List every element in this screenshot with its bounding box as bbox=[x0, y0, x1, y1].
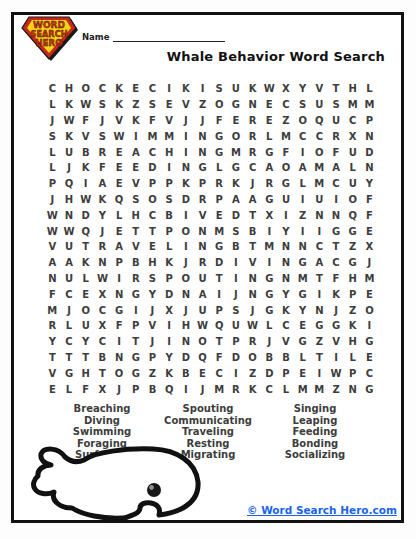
grid-cell: T bbox=[94, 365, 111, 381]
grid-cell: R bbox=[211, 176, 228, 192]
grid-cell: M bbox=[311, 381, 328, 397]
grid-cell: K bbox=[178, 81, 195, 97]
grid-cell: T bbox=[77, 239, 94, 255]
grid-cell: R bbox=[261, 176, 278, 192]
grid-cell: A bbox=[261, 160, 278, 176]
grid-cell: N bbox=[178, 286, 195, 302]
grid-cell: L bbox=[261, 318, 278, 334]
grid-cell: P bbox=[144, 350, 161, 366]
grid-cell: I bbox=[178, 207, 195, 223]
grid-cell: I bbox=[228, 365, 245, 381]
grid-cell: I bbox=[127, 302, 144, 318]
grid-cell: U bbox=[344, 176, 361, 192]
grid-cell: G bbox=[361, 381, 378, 397]
grid-cell: I bbox=[311, 286, 328, 302]
grid-cell: D bbox=[178, 350, 195, 366]
grid-cell: Z bbox=[194, 97, 211, 113]
grid-cell: V bbox=[178, 97, 195, 113]
name-blank-line bbox=[113, 32, 225, 42]
grid-cell: K bbox=[61, 97, 78, 113]
grid-cell: N bbox=[178, 334, 195, 350]
grid-cell: Y bbox=[294, 302, 311, 318]
grid-cell: N bbox=[311, 207, 328, 223]
grid-cell: K bbox=[244, 81, 261, 97]
grid-cell: Z bbox=[127, 97, 144, 113]
grid-cell: T bbox=[211, 271, 228, 287]
grid-cell: Q bbox=[111, 192, 128, 208]
grid-cell: E bbox=[261, 97, 278, 113]
grid-cell: I bbox=[294, 192, 311, 208]
grid-cell: B bbox=[278, 350, 295, 366]
grid-cell: N bbox=[244, 286, 261, 302]
grid-cell: I bbox=[127, 128, 144, 144]
grid-cell: Z bbox=[344, 239, 361, 255]
grid-cell: O bbox=[294, 113, 311, 129]
grid-cell: G bbox=[261, 192, 278, 208]
grid-cell: D bbox=[228, 350, 245, 366]
grid-cell: C bbox=[278, 318, 295, 334]
grid-cell: T bbox=[61, 350, 78, 366]
grid-cell: F bbox=[77, 381, 94, 397]
grid-cell: B bbox=[178, 365, 195, 381]
word-search-hero-logo: WORD SEARCH HERO bbox=[21, 14, 79, 62]
word-item: Diving bbox=[42, 415, 162, 427]
grid-cell: T bbox=[328, 81, 345, 97]
grid-cell: J bbox=[144, 302, 161, 318]
grid-cell: N bbox=[294, 239, 311, 255]
word-item: Communicating bbox=[148, 415, 268, 427]
grid-cell: C bbox=[244, 160, 261, 176]
grid-cell: I bbox=[178, 381, 195, 397]
grid-cell: Y bbox=[361, 176, 378, 192]
word-item: Leaping bbox=[255, 415, 375, 427]
grid-cell: J bbox=[228, 286, 245, 302]
grid-cell: F bbox=[361, 207, 378, 223]
grid-cell: Z bbox=[344, 302, 361, 318]
grid-cell: K bbox=[77, 255, 94, 271]
grid-cell: J bbox=[194, 381, 211, 397]
grid-cell: J bbox=[61, 302, 78, 318]
grid-cell: E bbox=[194, 365, 211, 381]
grid-cell: S bbox=[44, 128, 61, 144]
grid-cell: K bbox=[161, 255, 178, 271]
grid-cell: Y bbox=[94, 207, 111, 223]
grid-cell: I bbox=[278, 207, 295, 223]
grid-cell: L bbox=[344, 160, 361, 176]
grid-cell: V bbox=[44, 365, 61, 381]
grid-cell: U bbox=[228, 318, 245, 334]
grid-cell: C bbox=[94, 302, 111, 318]
grid-cell: I bbox=[161, 334, 178, 350]
grid-cell: Q bbox=[77, 223, 94, 239]
grid-cell: A bbox=[228, 192, 245, 208]
grid-cell: X bbox=[94, 286, 111, 302]
grid-cell: N bbox=[361, 160, 378, 176]
grid-cell: X bbox=[261, 207, 278, 223]
grid-cell: C bbox=[328, 255, 345, 271]
grid-cell: E bbox=[111, 223, 128, 239]
grid-cell: L bbox=[44, 97, 61, 113]
grid-cell: X bbox=[278, 81, 295, 97]
grid-cell: A bbox=[111, 239, 128, 255]
word-item: Feeding bbox=[255, 426, 375, 438]
grid-cell: T bbox=[77, 350, 94, 366]
word-item: Traveling bbox=[148, 426, 268, 438]
grid-cell: N bbox=[278, 255, 295, 271]
grid-cell: A bbox=[94, 176, 111, 192]
grid-cell: M bbox=[261, 239, 278, 255]
grid-cell: N bbox=[244, 271, 261, 287]
grid-cell: T bbox=[144, 223, 161, 239]
grid-cell: W bbox=[77, 192, 94, 208]
grid-cell: J bbox=[244, 302, 261, 318]
grid-cell: V bbox=[127, 176, 144, 192]
grid-cell: B bbox=[261, 350, 278, 366]
grid-cell: S bbox=[228, 302, 245, 318]
grid-cell: L bbox=[294, 350, 311, 366]
grid-cell: X bbox=[94, 318, 111, 334]
grid-cell: X bbox=[361, 239, 378, 255]
grid-cell: P bbox=[44, 176, 61, 192]
grid-cell: T bbox=[244, 239, 261, 255]
grid-cell: U bbox=[311, 192, 328, 208]
grid-cell: L bbox=[111, 207, 128, 223]
grid-cell: U bbox=[194, 271, 211, 287]
grid-cell: O bbox=[361, 302, 378, 318]
grid-cell: M bbox=[294, 381, 311, 397]
grid-cell: D bbox=[211, 255, 228, 271]
grid-cell: D bbox=[228, 207, 245, 223]
copyright-link[interactable]: © Word Search Hero.com bbox=[247, 504, 397, 516]
grid-cell: M bbox=[361, 271, 378, 287]
grid-cell: S bbox=[294, 97, 311, 113]
grid-cell: H bbox=[77, 365, 94, 381]
grid-cell: I bbox=[111, 271, 128, 287]
word-item: Swimming bbox=[42, 426, 162, 438]
grid-cell: C bbox=[94, 334, 111, 350]
grid-cell: I bbox=[294, 144, 311, 160]
grid-cell: N bbox=[94, 255, 111, 271]
grid-cell: W bbox=[111, 128, 128, 144]
grid-cell: N bbox=[178, 160, 195, 176]
grid-cell: H bbox=[61, 192, 78, 208]
grid-cell: U bbox=[328, 113, 345, 129]
grid-cell: W bbox=[244, 318, 261, 334]
grid-cell: I bbox=[261, 223, 278, 239]
grid-cell: Z bbox=[311, 334, 328, 350]
grid-cell: S bbox=[94, 128, 111, 144]
grid-cell: J bbox=[61, 160, 78, 176]
grid-cell: J bbox=[44, 192, 61, 208]
grid-cell: N bbox=[344, 381, 361, 397]
grid-cell: J bbox=[44, 113, 61, 129]
grid-cell: L bbox=[344, 350, 361, 366]
grid-cell: E bbox=[361, 223, 378, 239]
grid-cell: N bbox=[278, 239, 295, 255]
grid-cell: A bbox=[61, 255, 78, 271]
grid-cell: P bbox=[161, 271, 178, 287]
grid-cell: B bbox=[228, 239, 245, 255]
grid-cell: F bbox=[44, 286, 61, 302]
grid-cell: C bbox=[311, 239, 328, 255]
grid-cell: V bbox=[111, 113, 128, 129]
grid-cell: G bbox=[127, 286, 144, 302]
grid-cell: C bbox=[211, 365, 228, 381]
grid-cell: A bbox=[244, 192, 261, 208]
grid-cell: E bbox=[294, 318, 311, 334]
name-row: Name bbox=[82, 32, 225, 42]
grid-cell: P bbox=[344, 286, 361, 302]
grid-cell: J bbox=[111, 381, 128, 397]
grid-cell: T bbox=[311, 271, 328, 287]
grid-cell: M bbox=[311, 176, 328, 192]
grid-cell: R bbox=[244, 144, 261, 160]
grid-cell: E bbox=[44, 381, 61, 397]
grid-cell: B bbox=[244, 223, 261, 239]
grid-cell: N bbox=[111, 286, 128, 302]
grid-cell: G bbox=[344, 255, 361, 271]
grid-cell: I bbox=[228, 255, 245, 271]
grid-cell: Y bbox=[44, 334, 61, 350]
grid-cell: H bbox=[344, 271, 361, 287]
grid-cell: K bbox=[111, 97, 128, 113]
grid-cell: W bbox=[61, 113, 78, 129]
grid-cell: C bbox=[361, 365, 378, 381]
grid-cell: K bbox=[178, 176, 195, 192]
grid-cell: L bbox=[211, 160, 228, 176]
grid-cell: X bbox=[94, 381, 111, 397]
grid-cell: U bbox=[311, 97, 328, 113]
grid-cell: G bbox=[278, 176, 295, 192]
grid-cell: V bbox=[244, 255, 261, 271]
grid-cell: L bbox=[294, 176, 311, 192]
grid-cell: C bbox=[261, 381, 278, 397]
grid-cell: Y bbox=[278, 286, 295, 302]
grid-cell: W bbox=[328, 365, 345, 381]
grid-cell: H bbox=[161, 144, 178, 160]
grid-cell: U bbox=[77, 318, 94, 334]
grid-cell: G bbox=[328, 318, 345, 334]
grid-cell: E bbox=[111, 160, 128, 176]
grid-cell: G bbox=[211, 144, 228, 160]
grid-cell: J bbox=[361, 255, 378, 271]
grid-cell: W bbox=[44, 207, 61, 223]
grid-cell: N bbox=[328, 207, 345, 223]
grid-cell: N bbox=[44, 271, 61, 287]
grid-cell: J bbox=[94, 113, 111, 129]
grid-cell: Z bbox=[144, 365, 161, 381]
grid-cell: O bbox=[211, 97, 228, 113]
grid-cell: V bbox=[194, 207, 211, 223]
grid-cell: O bbox=[144, 192, 161, 208]
grid-cell: M bbox=[211, 223, 228, 239]
grid-cell: I bbox=[361, 318, 378, 334]
grid-cell: E bbox=[77, 286, 94, 302]
grid-cell: N bbox=[311, 302, 328, 318]
grid-cell: K bbox=[94, 192, 111, 208]
grid-cell: U bbox=[228, 81, 245, 97]
grid-cell: Q bbox=[311, 113, 328, 129]
grid-cell: P bbox=[161, 176, 178, 192]
grid-cell: Q bbox=[61, 176, 78, 192]
grid-cell: T bbox=[211, 334, 228, 350]
grid-cell: D bbox=[144, 160, 161, 176]
grid-cell: P bbox=[161, 223, 178, 239]
grid-cell: G bbox=[261, 271, 278, 287]
grid-cell: H bbox=[344, 334, 361, 350]
word-item: Breaching bbox=[42, 403, 162, 415]
grid-cell: R bbox=[244, 334, 261, 350]
grid-cell: I bbox=[261, 255, 278, 271]
grid-cell: E bbox=[294, 365, 311, 381]
grid-cell: M bbox=[311, 160, 328, 176]
grid-cell: C bbox=[294, 128, 311, 144]
grid-cell: C bbox=[44, 81, 61, 97]
grid-cell: L bbox=[278, 381, 295, 397]
grid-cell: W bbox=[61, 223, 78, 239]
grid-cell: O bbox=[278, 160, 295, 176]
grid-cell: A bbox=[44, 255, 61, 271]
grid-cell: N bbox=[194, 128, 211, 144]
grid-cell: G bbox=[228, 97, 245, 113]
grid-cell: X bbox=[344, 128, 361, 144]
grid-cell: A bbox=[311, 255, 328, 271]
grid-cell: S bbox=[94, 97, 111, 113]
word-search-grid: CHOCKECIKISUKWXYVTHLLKWSKZSEVZOGNECSUSMM… bbox=[44, 81, 378, 397]
grid-cell: G bbox=[111, 302, 128, 318]
grid-cell: H bbox=[144, 255, 161, 271]
grid-cell: E bbox=[261, 113, 278, 129]
word-item: Socializing bbox=[255, 449, 375, 461]
grid-cell: I bbox=[178, 239, 195, 255]
grid-cell: C bbox=[328, 176, 345, 192]
grid-cell: F bbox=[361, 192, 378, 208]
grid-cell: I bbox=[311, 365, 328, 381]
name-label: Name bbox=[82, 32, 109, 42]
grid-cell: F bbox=[144, 113, 161, 129]
grid-cell: K bbox=[328, 286, 345, 302]
grid-cell: C bbox=[144, 144, 161, 160]
grid-cell: Z bbox=[328, 381, 345, 397]
grid-cell: P bbox=[211, 192, 228, 208]
grid-cell: W bbox=[94, 271, 111, 287]
grid-cell: F bbox=[211, 350, 228, 366]
grid-cell: N bbox=[244, 97, 261, 113]
grid-cell: N bbox=[61, 207, 78, 223]
grid-cell: I bbox=[294, 223, 311, 239]
grid-cell: O bbox=[77, 81, 94, 97]
grid-cell: I bbox=[161, 318, 178, 334]
grid-cell: V bbox=[278, 334, 295, 350]
grid-cell: E bbox=[111, 144, 128, 160]
grid-cell: V bbox=[44, 239, 61, 255]
grid-cell: Y bbox=[77, 334, 94, 350]
grid-cell: H bbox=[344, 81, 361, 97]
grid-cell: G bbox=[61, 365, 78, 381]
grid-cell: P bbox=[361, 113, 378, 129]
grid-cell: F bbox=[328, 271, 345, 287]
grid-cell: J bbox=[178, 255, 195, 271]
word-list-column: SingingLeapingFeedingBondingSocializing bbox=[255, 403, 375, 461]
grid-cell: N bbox=[194, 223, 211, 239]
grid-cell: G bbox=[194, 160, 211, 176]
grid-cell: I bbox=[328, 192, 345, 208]
grid-cell: A bbox=[127, 144, 144, 160]
grid-cell: D bbox=[161, 286, 178, 302]
page-title: Whale Behavior Word Search bbox=[167, 49, 385, 64]
whale-icon bbox=[25, 445, 210, 523]
grid-cell: V bbox=[311, 81, 328, 97]
grid-cell: C bbox=[61, 286, 78, 302]
grid-cell: G bbox=[294, 286, 311, 302]
grid-cell: O bbox=[344, 192, 361, 208]
grid-cell: K bbox=[244, 381, 261, 397]
grid-cell: A bbox=[194, 286, 211, 302]
grid-cell: R bbox=[228, 381, 245, 397]
grid-cell: Q bbox=[211, 318, 228, 334]
grid-cell: O bbox=[178, 223, 195, 239]
grid-cell: T bbox=[328, 239, 345, 255]
grid-cell: G bbox=[261, 302, 278, 318]
word-item: Singing bbox=[255, 403, 375, 415]
grid-cell: V bbox=[161, 113, 178, 129]
grid-cell: H bbox=[61, 81, 78, 97]
grid-cell: U bbox=[61, 239, 78, 255]
grid-cell: I bbox=[228, 271, 245, 287]
grid-cell: M bbox=[361, 97, 378, 113]
grid-cell: N bbox=[361, 128, 378, 144]
grid-cell: E bbox=[211, 207, 228, 223]
grid-cell: G bbox=[127, 365, 144, 381]
grid-cell: I bbox=[178, 144, 195, 160]
grid-cell: K bbox=[111, 81, 128, 97]
grid-cell: P bbox=[144, 176, 161, 192]
grid-cell: S bbox=[144, 97, 161, 113]
grid-cell: L bbox=[44, 144, 61, 160]
grid-cell: H bbox=[178, 318, 195, 334]
grid-cell: C bbox=[144, 207, 161, 223]
grid-cell: G bbox=[211, 128, 228, 144]
grid-cell: S bbox=[127, 192, 144, 208]
grid-cell: S bbox=[211, 81, 228, 97]
grid-cell: J bbox=[261, 334, 278, 350]
grid-cell: E bbox=[144, 239, 161, 255]
grid-cell: J bbox=[194, 113, 211, 129]
grid-cell: G bbox=[311, 318, 328, 334]
logo-hero-text: HERO bbox=[36, 38, 63, 48]
grid-cell: H bbox=[127, 207, 144, 223]
grid-cell: A bbox=[294, 160, 311, 176]
grid-cell: G bbox=[228, 160, 245, 176]
grid-cell: D bbox=[77, 207, 94, 223]
grid-cell: Y bbox=[278, 223, 295, 239]
grid-cell: G bbox=[294, 334, 311, 350]
grid-cell: T bbox=[127, 223, 144, 239]
grid-cell: K bbox=[228, 176, 245, 192]
grid-cell: O bbox=[194, 334, 211, 350]
grid-cell: I bbox=[161, 160, 178, 176]
grid-cell: O bbox=[178, 271, 195, 287]
grid-cell: Z bbox=[244, 365, 261, 381]
grid-cell: R bbox=[94, 144, 111, 160]
grid-cell: Z bbox=[278, 113, 295, 129]
grid-cell: C bbox=[311, 128, 328, 144]
grid-cell: S bbox=[144, 271, 161, 287]
grid-cell: E bbox=[361, 350, 378, 366]
grid-cell: J bbox=[94, 223, 111, 239]
grid-cell: K bbox=[344, 318, 361, 334]
grid-cell: V bbox=[144, 318, 161, 334]
